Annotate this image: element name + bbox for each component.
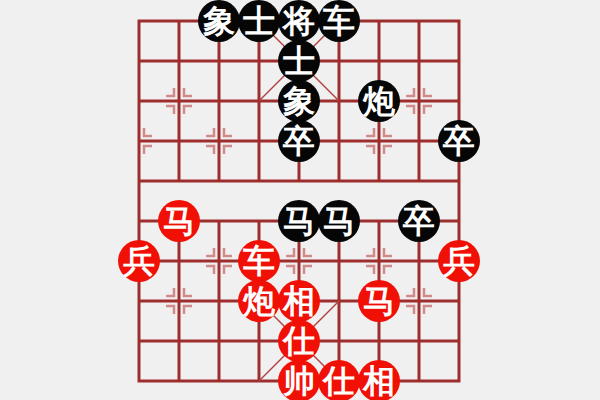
board-cell[interactable] (199, 321, 239, 361)
piece-black-elephant[interactable]: 象 (198, 0, 240, 42)
board-cell[interactable] (239, 121, 279, 161)
piece-red-cannon[interactable]: 炮 (238, 280, 280, 322)
board-cell[interactable] (239, 41, 279, 81)
board-cell[interactable] (439, 161, 479, 201)
board-cell[interactable] (399, 281, 439, 321)
board-cell[interactable] (119, 1, 159, 41)
board-cell[interactable] (319, 121, 359, 161)
piece-red-general[interactable]: 帅 (278, 360, 320, 400)
piece-black-horse[interactable]: 马 (278, 200, 320, 242)
board-cell[interactable] (439, 321, 479, 361)
board-cell[interactable] (399, 1, 439, 41)
piece-red-elephant[interactable]: 相 (358, 360, 400, 400)
board-cell[interactable] (119, 281, 159, 321)
board-cell[interactable] (199, 361, 239, 400)
board-cell[interactable] (279, 161, 319, 201)
board-cell[interactable] (199, 41, 239, 81)
board-cell[interactable] (159, 1, 199, 41)
board-cell[interactable] (399, 41, 439, 81)
board-cell[interactable] (199, 81, 239, 121)
app-background: 象士将车士象炮卒卒马马马卒兵车兵炮相马仕帅仕相 (0, 0, 600, 400)
board-cell[interactable] (319, 321, 359, 361)
board-cell[interactable] (319, 161, 359, 201)
board-cell[interactable] (119, 201, 159, 241)
piece-red-advisor[interactable]: 仕 (278, 320, 320, 362)
piece-black-cannon[interactable]: 炮 (358, 80, 400, 122)
board-cell[interactable] (239, 361, 279, 400)
board-cell[interactable] (239, 201, 279, 241)
board-cell[interactable] (319, 41, 359, 81)
board-cell[interactable] (119, 361, 159, 400)
piece-red-advisor[interactable]: 仕 (318, 360, 360, 400)
board-cell[interactable] (239, 81, 279, 121)
piece-red-soldier[interactable]: 兵 (438, 240, 480, 282)
piece-black-advisor[interactable]: 士 (238, 0, 280, 42)
piece-red-horse[interactable]: 马 (358, 280, 400, 322)
board-cell[interactable] (439, 281, 479, 321)
board-cell[interactable] (239, 321, 279, 361)
piece-black-soldier[interactable]: 卒 (438, 120, 480, 162)
piece-red-elephant[interactable]: 相 (278, 280, 320, 322)
board-cell[interactable] (399, 321, 439, 361)
board-cell[interactable] (159, 81, 199, 121)
board-cell[interactable] (359, 41, 399, 81)
board-cell[interactable] (399, 361, 439, 400)
piece-black-horse[interactable]: 马 (318, 200, 360, 242)
board-cell[interactable] (359, 201, 399, 241)
piece-black-soldier[interactable]: 卒 (278, 120, 320, 162)
board-cell[interactable] (359, 1, 399, 41)
board-cell[interactable] (199, 281, 239, 321)
board-cell[interactable] (399, 161, 439, 201)
board-cell[interactable] (199, 161, 239, 201)
xiangqi-board: 象士将车士象炮卒卒马马马卒兵车兵炮相马仕帅仕相 (119, 1, 479, 400)
board-cells: 象士将车士象炮卒卒马马马卒兵车兵炮相马仕帅仕相 (119, 1, 479, 400)
board-cell[interactable] (439, 361, 479, 400)
board-cell[interactable] (439, 81, 479, 121)
piece-black-elephant[interactable]: 象 (278, 80, 320, 122)
board-cell[interactable] (199, 121, 239, 161)
board-cell[interactable] (319, 241, 359, 281)
board-cell[interactable] (159, 161, 199, 201)
board-cell[interactable] (439, 1, 479, 41)
board-cell[interactable] (119, 161, 159, 201)
board-cell[interactable] (319, 281, 359, 321)
board-cell[interactable] (159, 241, 199, 281)
board-cell[interactable] (439, 41, 479, 81)
board-cell[interactable] (159, 281, 199, 321)
board-cell[interactable] (439, 201, 479, 241)
board-cell[interactable] (399, 241, 439, 281)
board-cell[interactable] (159, 321, 199, 361)
board-cell[interactable] (119, 81, 159, 121)
board-cell[interactable] (359, 121, 399, 161)
board-cell[interactable] (399, 81, 439, 121)
board-cell[interactable] (319, 81, 359, 121)
piece-black-general[interactable]: 将 (278, 0, 320, 42)
piece-red-soldier[interactable]: 兵 (118, 240, 160, 282)
piece-black-advisor[interactable]: 士 (278, 40, 320, 82)
board-cell[interactable] (119, 321, 159, 361)
piece-black-chariot[interactable]: 车 (318, 0, 360, 42)
board-cell[interactable] (359, 161, 399, 201)
board-cell[interactable] (279, 241, 319, 281)
board-cell[interactable] (399, 121, 439, 161)
board-cell[interactable] (199, 241, 239, 281)
board-cell[interactable] (159, 41, 199, 81)
piece-black-soldier[interactable]: 卒 (398, 200, 440, 242)
board-cell[interactable] (159, 121, 199, 161)
board-cell[interactable] (119, 41, 159, 81)
piece-red-horse[interactable]: 马 (158, 200, 200, 242)
board-cell[interactable] (199, 201, 239, 241)
piece-red-chariot[interactable]: 车 (238, 240, 280, 282)
board-cell[interactable] (159, 361, 199, 400)
board-cell[interactable] (119, 121, 159, 161)
board-cell[interactable] (359, 241, 399, 281)
board-cell[interactable] (359, 321, 399, 361)
board-cell[interactable] (239, 161, 279, 201)
